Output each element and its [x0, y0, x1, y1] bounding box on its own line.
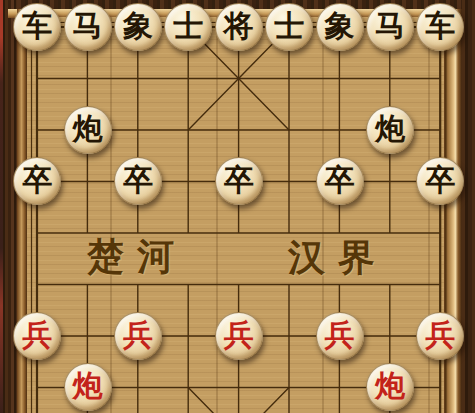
piece-glyph: 兵: [325, 320, 355, 350]
piece-black-chariot[interactable]: 车: [13, 3, 61, 51]
xiangqi-board-screen: 楚河 汉界 车马象士将士象马车炮炮卒卒卒卒卒兵兵兵兵兵炮炮: [0, 0, 475, 413]
piece-red-soldier[interactable]: 兵: [13, 312, 61, 360]
piece-glyph: 卒: [425, 165, 455, 195]
piece-glyph: 马: [73, 11, 103, 41]
piece-glyph: 将: [224, 11, 254, 41]
piece-red-soldier[interactable]: 兵: [316, 312, 364, 360]
piece-glyph: 象: [123, 11, 153, 41]
piece-red-soldier[interactable]: 兵: [114, 312, 162, 360]
piece-glyph: 兵: [425, 320, 455, 350]
piece-black-cannon[interactable]: 炮: [64, 106, 112, 154]
piece-black-soldier[interactable]: 卒: [215, 157, 263, 205]
board-grid: 车马象士将士象马车炮炮卒卒卒卒卒兵兵兵兵兵炮炮: [12, 1, 466, 413]
piece-glyph: 炮: [375, 371, 405, 401]
piece-black-soldier[interactable]: 卒: [316, 157, 364, 205]
piece-black-soldier[interactable]: 卒: [13, 157, 61, 205]
piece-red-soldier[interactable]: 兵: [215, 312, 263, 360]
piece-glyph: 卒: [22, 165, 52, 195]
piece-red-soldier[interactable]: 兵: [416, 312, 464, 360]
piece-black-general[interactable]: 将: [215, 3, 263, 51]
piece-glyph: 兵: [224, 320, 254, 350]
piece-black-soldier[interactable]: 卒: [416, 157, 464, 205]
piece-glyph: 卒: [224, 165, 254, 195]
piece-glyph: 兵: [123, 320, 153, 350]
piece-glyph: 卒: [123, 165, 153, 195]
piece-glyph: 车: [22, 11, 52, 41]
piece-glyph: 马: [375, 11, 405, 41]
piece-glyph: 兵: [22, 320, 52, 350]
piece-black-horse[interactable]: 马: [366, 3, 414, 51]
piece-black-chariot[interactable]: 车: [416, 3, 464, 51]
piece-glyph: 象: [325, 11, 355, 41]
piece-black-elephant[interactable]: 象: [316, 3, 364, 51]
piece-red-cannon[interactable]: 炮: [64, 363, 112, 411]
piece-black-soldier[interactable]: 卒: [114, 157, 162, 205]
piece-glyph: 士: [274, 11, 304, 41]
piece-glyph: 炮: [73, 114, 103, 144]
piece-glyph: 车: [425, 11, 455, 41]
piece-glyph: 士: [173, 11, 203, 41]
piece-black-cannon[interactable]: 炮: [366, 106, 414, 154]
piece-glyph: 炮: [375, 114, 405, 144]
piece-glyph: 卒: [325, 165, 355, 195]
piece-glyph: 炮: [73, 371, 103, 401]
piece-black-advisor[interactable]: 士: [164, 3, 212, 51]
piece-black-elephant[interactable]: 象: [114, 3, 162, 51]
piece-red-cannon[interactable]: 炮: [366, 363, 414, 411]
piece-black-advisor[interactable]: 士: [265, 3, 313, 51]
piece-black-horse[interactable]: 马: [64, 3, 112, 51]
